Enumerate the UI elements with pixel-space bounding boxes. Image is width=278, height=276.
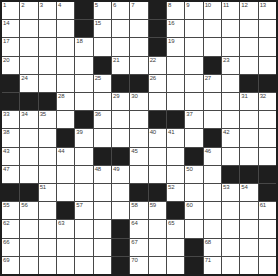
cell-r3c5[interactable]: 18 [75,38,92,55]
cell-r1c6[interactable]: 5 [94,2,111,19]
clue-number: 17 [3,38,9,45]
black-cell-r5c7 [112,75,129,92]
cell-r13c4[interactable]: 63 [57,220,74,237]
cell-r6c6[interactable] [94,93,111,110]
cell-r2c1[interactable]: 14 [2,20,19,37]
cell-r2c12[interactable] [204,20,221,37]
clue-number: 6 [113,2,116,9]
clue-number: 46 [205,148,211,155]
cell-r1c1[interactable]: 1 [2,2,19,19]
clue-number: 13 [260,2,266,9]
clue-number: 26 [150,75,156,82]
cell-r15c12[interactable]: 71 [204,257,221,274]
cell-r5c6[interactable]: 25 [94,75,111,92]
cell-r9c15[interactable] [259,148,276,165]
cell-r10c1[interactable]: 47 [2,166,19,183]
cell-r1c7[interactable]: 6 [112,2,129,19]
black-cell-r2c5 [75,20,92,37]
cell-r7c11[interactable]: 37 [185,111,202,128]
black-cell-r11c15 [259,184,276,201]
clue-number: 53 [223,184,229,191]
cell-r12c13[interactable] [222,202,239,219]
clue-number: 25 [95,75,101,82]
cell-r1c12[interactable]: 10 [204,2,221,19]
cell-r15c3[interactable] [39,257,56,274]
cell-r6c15[interactable]: 32 [259,93,276,110]
cell-r6c14[interactable]: 31 [240,93,257,110]
clue-number: 70 [131,257,137,264]
cell-r7c12[interactable] [204,111,221,128]
cell-r13c13[interactable] [222,220,239,237]
cell-r12c11[interactable]: 60 [185,202,202,219]
clue-number: 51 [40,184,46,191]
clue-number: 1 [3,2,6,9]
cell-r6c5[interactable] [75,93,92,110]
black-cell-r9c7 [112,148,129,165]
clue-number: 59 [150,202,156,209]
cell-r11c5[interactable] [75,184,92,201]
cell-r12c7[interactable] [112,202,129,219]
cell-r11c13[interactable]: 53 [222,184,239,201]
cell-r5c13[interactable] [222,75,239,92]
clue-number: 5 [95,2,98,9]
cell-r2c11[interactable] [185,20,202,37]
cell-r13c14[interactable] [240,220,257,237]
black-cell-r12c4 [57,202,74,219]
black-cell-r11c1 [2,184,19,201]
cell-r10c10[interactable] [167,166,184,183]
clue-number: 30 [131,93,137,100]
cell-r13c11[interactable] [185,220,202,237]
cell-r7c1[interactable]: 33 [2,111,19,128]
clue-number: 40 [150,129,156,136]
cell-r11c12[interactable] [204,184,221,201]
cell-r8c10[interactable]: 41 [167,129,184,146]
cell-r13c2[interactable] [20,220,37,237]
black-cell-r9c11 [185,148,202,165]
clue-number: 47 [3,166,9,173]
cell-r8c2[interactable] [20,129,37,146]
clue-number: 66 [3,239,9,246]
cell-r15c14[interactable] [240,257,257,274]
cell-r15c1[interactable]: 69 [2,257,19,274]
black-cell-r4c12 [204,57,221,74]
black-cell-r7c5 [75,111,92,128]
cell-r7c8[interactable] [130,111,147,128]
clue-number: 37 [186,111,192,118]
cell-r6c13[interactable] [222,93,239,110]
cell-r12c1[interactable]: 55 [2,202,19,219]
black-cell-r3c9 [149,38,166,55]
cell-r8c14[interactable] [240,129,257,146]
cell-r8c7[interactable] [112,129,129,146]
clue-number: 65 [168,220,174,227]
cell-r4c4[interactable] [57,57,74,74]
cell-r12c3[interactable] [39,202,56,219]
cell-r3c6[interactable] [94,38,111,55]
cell-r2c4[interactable] [57,20,74,37]
cell-r4c7[interactable]: 21 [112,57,129,74]
clue-number: 57 [76,202,82,209]
cell-r4c13[interactable]: 23 [222,57,239,74]
cell-r11c10[interactable]: 52 [167,184,184,201]
cell-r10c2[interactable] [20,166,37,183]
black-cell-r5c8 [130,75,147,92]
cell-r14c3[interactable] [39,239,56,256]
cell-r4c3[interactable] [39,57,56,74]
cell-r9c9[interactable] [149,148,166,165]
black-cell-r10c15 [259,166,276,183]
cell-r5c5[interactable] [75,75,92,92]
cell-r4c2[interactable] [20,57,37,74]
clue-number: 41 [168,129,174,136]
cell-r1c2[interactable]: 2 [20,2,37,19]
black-cell-r6c2 [20,93,37,110]
cell-r3c11[interactable] [185,38,202,55]
black-cell-r11c2 [20,184,37,201]
clue-number: 10 [205,2,211,9]
clue-number: 71 [205,257,211,264]
cell-r13c15[interactable] [259,220,276,237]
cell-r8c1[interactable]: 38 [2,129,19,146]
clue-number: 22 [150,57,156,64]
cell-r8c9[interactable]: 40 [149,129,166,146]
cell-r10c6[interactable]: 48 [94,166,111,183]
clue-number: 24 [21,75,27,82]
cell-r14c5[interactable] [75,239,92,256]
cell-r6c12[interactable] [204,93,221,110]
cell-r1c10[interactable]: 8 [167,2,184,19]
clue-number: 19 [168,38,174,45]
clue-number: 11 [223,2,229,9]
cell-r8c13[interactable]: 42 [222,129,239,146]
cell-r4c1[interactable]: 20 [2,57,19,74]
cell-r3c14[interactable] [240,38,257,55]
cell-r9c12[interactable]: 46 [204,148,221,165]
cell-r5c3[interactable] [39,75,56,92]
black-cell-r6c1 [2,93,19,110]
clue-number: 8 [168,2,171,9]
cell-r2c15[interactable] [259,20,276,37]
clue-number: 29 [113,93,119,100]
clue-number: 67 [131,239,137,246]
clue-number: 18 [76,38,82,45]
clue-number: 28 [58,93,64,100]
clue-number: 7 [131,2,134,9]
cell-r3c8[interactable] [130,38,147,55]
cell-r4c14[interactable] [240,57,257,74]
cell-r10c5[interactable] [75,166,92,183]
black-cell-r2c9 [149,20,166,37]
cell-r15c8[interactable]: 70 [130,257,147,274]
black-cell-r15c7 [112,257,129,274]
clue-number: 55 [3,202,9,209]
cell-r13c9[interactable] [149,220,166,237]
cell-r11c11[interactable] [185,184,202,201]
cell-r6c7[interactable]: 29 [112,93,129,110]
cell-r14c9[interactable] [149,239,166,256]
cell-r4c9[interactable]: 22 [149,57,166,74]
black-cell-r8c4 [57,129,74,146]
cell-r10c9[interactable] [149,166,166,183]
cell-r7c13[interactable] [222,111,239,128]
cell-r4c11[interactable] [185,57,202,74]
cell-r7c2[interactable]: 34 [20,111,37,128]
cell-r14c13[interactable] [222,239,239,256]
cell-r3c3[interactable] [39,38,56,55]
black-cell-r6c3 [39,93,56,110]
clue-number: 42 [223,129,229,136]
cell-r11c6[interactable] [94,184,111,201]
clue-number: 12 [241,2,247,9]
cell-r8c6[interactable] [94,129,111,146]
cell-r15c9[interactable] [149,257,166,274]
cell-r1c8[interactable]: 7 [130,2,147,19]
cell-r15c15[interactable] [259,257,276,274]
clue-number: 36 [95,111,101,118]
cell-r2c7[interactable] [112,20,129,37]
clue-number: 35 [40,111,46,118]
cell-r10c8[interactable] [130,166,147,183]
cell-r13c6[interactable] [94,220,111,237]
cell-r9c2[interactable] [20,148,37,165]
black-cell-r8c12 [204,129,221,146]
cell-r12c12[interactable] [204,202,221,219]
cell-r12c14[interactable] [240,202,257,219]
cell-r14c12[interactable]: 68 [204,239,221,256]
cell-r15c4[interactable] [57,257,74,274]
cell-r12c8[interactable]: 58 [130,202,147,219]
black-cell-r10c13 [222,166,239,183]
cell-r1c4[interactable]: 4 [57,2,74,19]
clue-number: 3 [40,2,43,9]
clue-number: 27 [205,75,211,82]
clue-number: 63 [58,220,64,227]
clue-number: 38 [3,129,9,136]
cell-r6c8[interactable]: 30 [130,93,147,110]
cell-r2c3[interactable] [39,20,56,37]
clue-number: 14 [3,20,9,27]
cell-r2c2[interactable] [20,20,37,37]
cell-r13c12[interactable] [204,220,221,237]
cell-r15c2[interactable] [20,257,37,274]
cell-r11c14[interactable]: 54 [240,184,257,201]
black-cell-r7c10 [167,111,184,128]
clue-number: 9 [186,2,189,9]
black-cell-r14c7 [112,239,129,256]
cell-r6c4[interactable]: 28 [57,93,74,110]
cell-r10c7[interactable]: 49 [112,166,129,183]
black-cell-r14c11 [185,239,202,256]
cell-r14c1[interactable]: 66 [2,239,19,256]
cell-r14c2[interactable] [20,239,37,256]
cell-r3c15[interactable] [259,38,276,55]
cell-r13c1[interactable]: 62 [2,220,19,237]
cell-r7c15[interactable] [259,111,276,128]
clue-number: 16 [168,20,174,27]
cell-r13c8[interactable]: 64 [130,220,147,237]
clue-number: 50 [186,166,192,173]
cell-r9c14[interactable] [240,148,257,165]
cell-r9c4[interactable]: 44 [57,148,74,165]
black-cell-r11c8 [130,184,147,201]
cell-r12c2[interactable]: 56 [20,202,37,219]
cell-r2c14[interactable] [240,20,257,37]
cell-r12c6[interactable] [94,202,111,219]
clue-number: 64 [131,220,137,227]
cell-r9c10[interactable] [167,148,184,165]
cell-r13c5[interactable] [75,220,92,237]
cell-r9c8[interactable]: 45 [130,148,147,165]
black-cell-r4c6 [94,57,111,74]
cell-r10c3[interactable] [39,166,56,183]
clue-number: 45 [131,148,137,155]
cell-r1c14[interactable]: 12 [240,2,257,19]
cell-r8c11[interactable] [185,129,202,146]
cell-r14c4[interactable] [57,239,74,256]
black-cell-r5c14 [240,75,257,92]
clue-number: 23 [223,57,229,64]
cell-r7c6[interactable]: 36 [94,111,111,128]
cell-r11c4[interactable] [57,184,74,201]
cell-r7c4[interactable] [57,111,74,128]
cell-r10c4[interactable] [57,166,74,183]
clue-number: 62 [3,220,9,227]
cell-r15c5[interactable] [75,257,92,274]
clue-number: 61 [260,202,266,209]
black-cell-r7c9 [149,111,166,128]
black-cell-r9c6 [94,148,111,165]
clue-number: 34 [21,111,27,118]
cell-r2c13[interactable] [222,20,239,37]
cell-r12c5[interactable]: 57 [75,202,92,219]
cell-r4c8[interactable] [130,57,147,74]
cell-r13c10[interactable]: 65 [167,220,184,237]
cell-r7c7[interactable] [112,111,129,128]
clue-number: 33 [3,111,9,118]
cell-r4c5[interactable] [75,57,92,74]
cell-r2c10[interactable]: 16 [167,20,184,37]
cell-r13c3[interactable] [39,220,56,237]
clue-number: 56 [21,202,27,209]
cell-r15c10[interactable] [167,257,184,274]
cell-r6c10[interactable] [167,93,184,110]
cell-r8c3[interactable] [39,129,56,146]
cell-r9c1[interactable]: 43 [2,148,19,165]
cell-r11c7[interactable] [112,184,129,201]
black-cell-r1c5 [75,2,92,19]
black-cell-r10c14 [240,166,257,183]
cell-r9c13[interactable] [222,148,239,165]
black-cell-r5c15 [259,75,276,92]
cell-r10c12[interactable] [204,166,221,183]
crossword-grid: 1234567891011121314151617181920212223242… [0,0,278,276]
cell-r3c1[interactable]: 17 [2,38,19,55]
cell-r14c15[interactable] [259,239,276,256]
cell-r1c3[interactable]: 3 [39,2,56,19]
cell-r8c8[interactable] [130,129,147,146]
cell-r5c12[interactable]: 27 [204,75,221,92]
clue-number: 68 [205,239,211,246]
cell-r9c5[interactable] [75,148,92,165]
clue-number: 4 [58,2,61,9]
clue-number: 15 [95,20,101,27]
cell-r1c11[interactable]: 9 [185,2,202,19]
clue-number: 48 [95,166,101,173]
cell-r14c8[interactable]: 67 [130,239,147,256]
clue-number: 49 [113,166,119,173]
black-cell-r5c1 [2,75,19,92]
cell-r15c6[interactable] [94,257,111,274]
cell-r3c7[interactable] [112,38,129,55]
cell-r3c10[interactable]: 19 [167,38,184,55]
cell-r2c6[interactable]: 15 [94,20,111,37]
cell-r14c6[interactable] [94,239,111,256]
cell-r7c14[interactable] [240,111,257,128]
cell-r12c15[interactable]: 61 [259,202,276,219]
clue-number: 58 [131,202,137,209]
cell-r5c11[interactable] [185,75,202,92]
cell-r1c13[interactable]: 11 [222,2,239,19]
cell-r6c9[interactable] [149,93,166,110]
clue-number: 2 [21,2,24,9]
clue-number: 21 [113,57,119,64]
clue-number: 43 [3,148,9,155]
cell-r8c5[interactable]: 39 [75,129,92,146]
black-cell-r15c11 [185,257,202,274]
cell-r3c4[interactable] [57,38,74,55]
cell-r5c9[interactable]: 26 [149,75,166,92]
cell-r15c13[interactable] [222,257,239,274]
clue-number: 32 [260,93,266,100]
cell-r14c10[interactable] [167,239,184,256]
black-cell-r11c9 [149,184,166,201]
cell-r11c3[interactable]: 51 [39,184,56,201]
clue-number: 39 [76,129,82,136]
clue-number: 20 [3,57,9,64]
cell-r5c10[interactable] [167,75,184,92]
clue-number: 60 [186,202,192,209]
black-cell-r13c7 [112,220,129,237]
clue-number: 54 [241,184,247,191]
cell-r5c4[interactable] [57,75,74,92]
cell-r14c14[interactable] [240,239,257,256]
cell-r3c13[interactable] [222,38,239,55]
cell-r3c2[interactable] [20,38,37,55]
clue-number: 31 [241,93,247,100]
cell-r2c8[interactable] [130,20,147,37]
clue-number: 44 [58,148,64,155]
cell-r10c11[interactable]: 50 [185,166,202,183]
cell-r1c15[interactable]: 13 [259,2,276,19]
cell-r9c3[interactable] [39,148,56,165]
cell-r4c10[interactable] [167,57,184,74]
cell-r8c15[interactable] [259,129,276,146]
cell-r5c2[interactable]: 24 [20,75,37,92]
black-cell-r1c9 [149,2,166,19]
cell-r12c9[interactable]: 59 [149,202,166,219]
clue-number: 69 [3,257,9,264]
clue-number: 52 [168,184,174,191]
black-cell-r12c10 [167,202,184,219]
cell-r4c15[interactable] [259,57,276,74]
cell-r6c11[interactable] [185,93,202,110]
cell-r7c3[interactable]: 35 [39,111,56,128]
cell-r3c12[interactable] [204,38,221,55]
